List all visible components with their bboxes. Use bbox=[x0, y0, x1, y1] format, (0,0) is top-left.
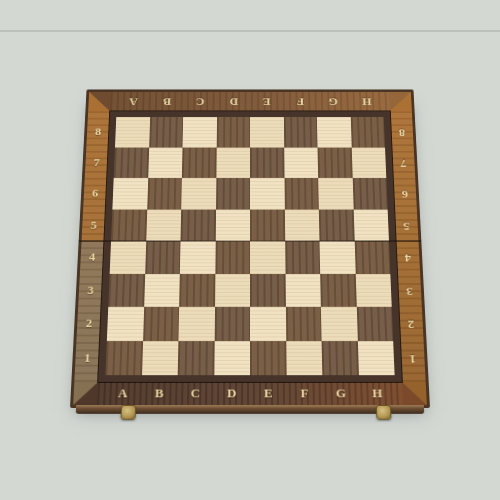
square-f7[interactable] bbox=[284, 147, 318, 178]
frame-band-top bbox=[110, 92, 390, 111]
square-a2[interactable] bbox=[107, 307, 144, 341]
square-b8[interactable] bbox=[149, 117, 183, 147]
square-f4[interactable] bbox=[285, 241, 320, 274]
square-e5[interactable] bbox=[250, 209, 285, 241]
square-c2[interactable] bbox=[178, 307, 214, 341]
square-h6[interactable] bbox=[352, 178, 387, 209]
square-h1[interactable] bbox=[357, 341, 394, 376]
square-c5[interactable] bbox=[181, 209, 216, 241]
square-e3[interactable] bbox=[250, 274, 285, 307]
frame-corner-bottom-left bbox=[73, 382, 98, 405]
square-e1[interactable] bbox=[250, 341, 286, 376]
square-g4[interactable] bbox=[319, 241, 355, 274]
square-d5[interactable] bbox=[215, 209, 250, 241]
square-h7[interactable] bbox=[351, 147, 386, 178]
square-b1[interactable] bbox=[142, 341, 179, 376]
square-h8[interactable] bbox=[350, 117, 385, 147]
square-d3[interactable] bbox=[215, 274, 250, 307]
square-g3[interactable] bbox=[320, 274, 356, 307]
square-c8[interactable] bbox=[182, 117, 216, 147]
playing-field bbox=[105, 117, 394, 375]
square-f5[interactable] bbox=[284, 209, 319, 241]
square-b6[interactable] bbox=[147, 178, 182, 209]
square-d8[interactable] bbox=[216, 117, 250, 147]
square-g2[interactable] bbox=[321, 307, 358, 341]
square-g7[interactable] bbox=[318, 147, 353, 178]
square-e4[interactable] bbox=[250, 241, 285, 274]
square-e8[interactable] bbox=[250, 117, 284, 147]
square-g1[interactable] bbox=[322, 341, 359, 376]
square-a6[interactable] bbox=[112, 178, 147, 209]
square-c6[interactable] bbox=[181, 178, 216, 209]
square-a4[interactable] bbox=[110, 241, 146, 274]
frame-band-bottom bbox=[97, 382, 403, 405]
frame-corner-top-right bbox=[389, 92, 412, 111]
frame-corner-top-left bbox=[88, 92, 111, 111]
square-a3[interactable] bbox=[108, 274, 144, 307]
square-b3[interactable] bbox=[144, 274, 180, 307]
frame-corner-bottom-right bbox=[402, 382, 427, 405]
square-c4[interactable] bbox=[180, 241, 215, 274]
square-h5[interactable] bbox=[353, 209, 389, 241]
square-d6[interactable] bbox=[216, 178, 250, 209]
square-a5[interactable] bbox=[111, 209, 147, 241]
square-f3[interactable] bbox=[285, 274, 321, 307]
square-a1[interactable] bbox=[105, 341, 142, 376]
square-f8[interactable] bbox=[283, 117, 317, 147]
square-a7[interactable] bbox=[114, 147, 149, 178]
square-f2[interactable] bbox=[285, 307, 321, 341]
square-h3[interactable] bbox=[355, 274, 391, 307]
square-c7[interactable] bbox=[182, 147, 216, 178]
square-e7[interactable] bbox=[250, 147, 284, 178]
square-d1[interactable] bbox=[214, 341, 250, 376]
square-h4[interactable] bbox=[354, 241, 390, 274]
square-b7[interactable] bbox=[148, 147, 183, 178]
brass-clasp-left bbox=[121, 405, 137, 420]
square-e2[interactable] bbox=[250, 307, 286, 341]
square-g6[interactable] bbox=[318, 178, 353, 209]
square-h2[interactable] bbox=[356, 307, 393, 341]
square-b5[interactable] bbox=[146, 209, 181, 241]
square-f6[interactable] bbox=[284, 178, 319, 209]
square-d4[interactable] bbox=[215, 241, 250, 274]
square-e6[interactable] bbox=[250, 178, 284, 209]
square-b2[interactable] bbox=[143, 307, 180, 341]
square-c1[interactable] bbox=[178, 341, 215, 376]
square-f1[interactable] bbox=[286, 341, 323, 376]
square-b4[interactable] bbox=[145, 241, 181, 274]
board-fold-seam bbox=[79, 240, 422, 242]
square-d2[interactable] bbox=[214, 307, 250, 341]
square-g5[interactable] bbox=[319, 209, 354, 241]
brass-clasp-right bbox=[376, 405, 392, 420]
chess-board-box: ABCDEFGH ABCDEFGH 87654321 87654321 bbox=[70, 89, 430, 408]
square-c3[interactable] bbox=[179, 274, 215, 307]
square-g8[interactable] bbox=[317, 117, 351, 147]
square-a8[interactable] bbox=[115, 117, 150, 147]
square-d7[interactable] bbox=[216, 147, 250, 178]
